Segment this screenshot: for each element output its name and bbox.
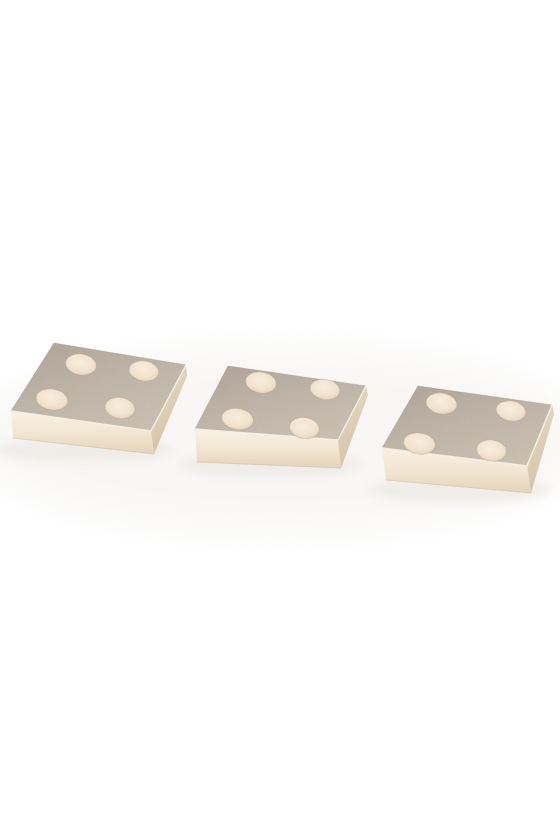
product-photo (0, 0, 560, 840)
photo-svg (0, 0, 560, 840)
